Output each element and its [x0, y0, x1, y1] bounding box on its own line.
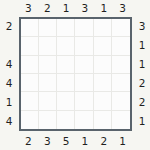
clue-top-2: 2: [38, 1, 57, 16]
cell-r4c5[interactable]: [94, 74, 112, 92]
cell-r1c6[interactable]: [112, 19, 130, 37]
clue-bottom-3: 5: [57, 134, 76, 149]
cell-r3c3[interactable]: [57, 56, 75, 74]
clue-right-4: 2: [134, 74, 150, 93]
cell-r5c5[interactable]: [94, 92, 112, 110]
cell-r4c6[interactable]: [112, 74, 130, 92]
cell-r6c6[interactable]: [112, 111, 130, 129]
cell-r6c3[interactable]: [57, 111, 75, 129]
cell-r5c2[interactable]: [39, 92, 57, 110]
cell-r6c4[interactable]: [75, 111, 93, 129]
cell-r3c6[interactable]: [112, 56, 130, 74]
cell-r2c4[interactable]: [75, 37, 93, 55]
cell-r2c5[interactable]: [94, 37, 112, 55]
cell-r3c1[interactable]: [21, 56, 39, 74]
cell-r6c5[interactable]: [94, 111, 112, 129]
right-clues: 311221: [134, 17, 150, 131]
skyscrapers-puzzle: 321313 24414 311221 235121: [0, 0, 150, 150]
clue-top-6: 3: [113, 1, 132, 16]
clue-right-5: 2: [134, 93, 150, 112]
clue-bottom-6: 1: [113, 134, 132, 149]
clue-top-4: 3: [75, 1, 94, 16]
puzzle-board: [19, 17, 132, 131]
cell-r6c1[interactable]: [21, 111, 39, 129]
cell-r3c2[interactable]: [39, 56, 57, 74]
cell-r2c2[interactable]: [39, 37, 57, 55]
cell-r5c3[interactable]: [57, 92, 75, 110]
cell-r5c6[interactable]: [112, 92, 130, 110]
clue-left-3: 4: [1, 55, 17, 74]
clue-right-2: 1: [134, 36, 150, 55]
cell-r3c5[interactable]: [94, 56, 112, 74]
cell-r4c4[interactable]: [75, 74, 93, 92]
bottom-clues: 235121: [19, 134, 132, 149]
clue-left-5: 1: [1, 93, 17, 112]
left-clues: 24414: [1, 17, 17, 131]
clue-right-3: 1: [134, 55, 150, 74]
clue-left-2: [1, 36, 17, 55]
cell-r3c4[interactable]: [75, 56, 93, 74]
cell-r1c1[interactable]: [21, 19, 39, 37]
clue-right-1: 3: [134, 17, 150, 36]
cell-r5c4[interactable]: [75, 92, 93, 110]
clue-right-6: 1: [134, 112, 150, 131]
clue-top-1: 3: [19, 1, 38, 16]
top-clues: 321313: [19, 1, 132, 16]
clue-bottom-5: 2: [94, 134, 113, 149]
cell-r1c5[interactable]: [94, 19, 112, 37]
cell-r1c2[interactable]: [39, 19, 57, 37]
cell-r2c1[interactable]: [21, 37, 39, 55]
cell-r5c1[interactable]: [21, 92, 39, 110]
clue-top-3: 1: [57, 1, 76, 16]
clue-left-4: 4: [1, 74, 17, 93]
cell-r4c3[interactable]: [57, 74, 75, 92]
cell-r6c2[interactable]: [39, 111, 57, 129]
cell-r1c3[interactable]: [57, 19, 75, 37]
clue-left-6: 4: [1, 112, 17, 131]
cell-r2c6[interactable]: [112, 37, 130, 55]
cell-r1c4[interactable]: [75, 19, 93, 37]
cell-r2c3[interactable]: [57, 37, 75, 55]
clue-left-1: 2: [1, 17, 17, 36]
cell-r4c2[interactable]: [39, 74, 57, 92]
clue-bottom-4: 1: [75, 134, 94, 149]
clue-bottom-1: 2: [19, 134, 38, 149]
clue-top-5: 1: [94, 1, 113, 16]
cell-r4c1[interactable]: [21, 74, 39, 92]
clue-bottom-2: 3: [38, 134, 57, 149]
